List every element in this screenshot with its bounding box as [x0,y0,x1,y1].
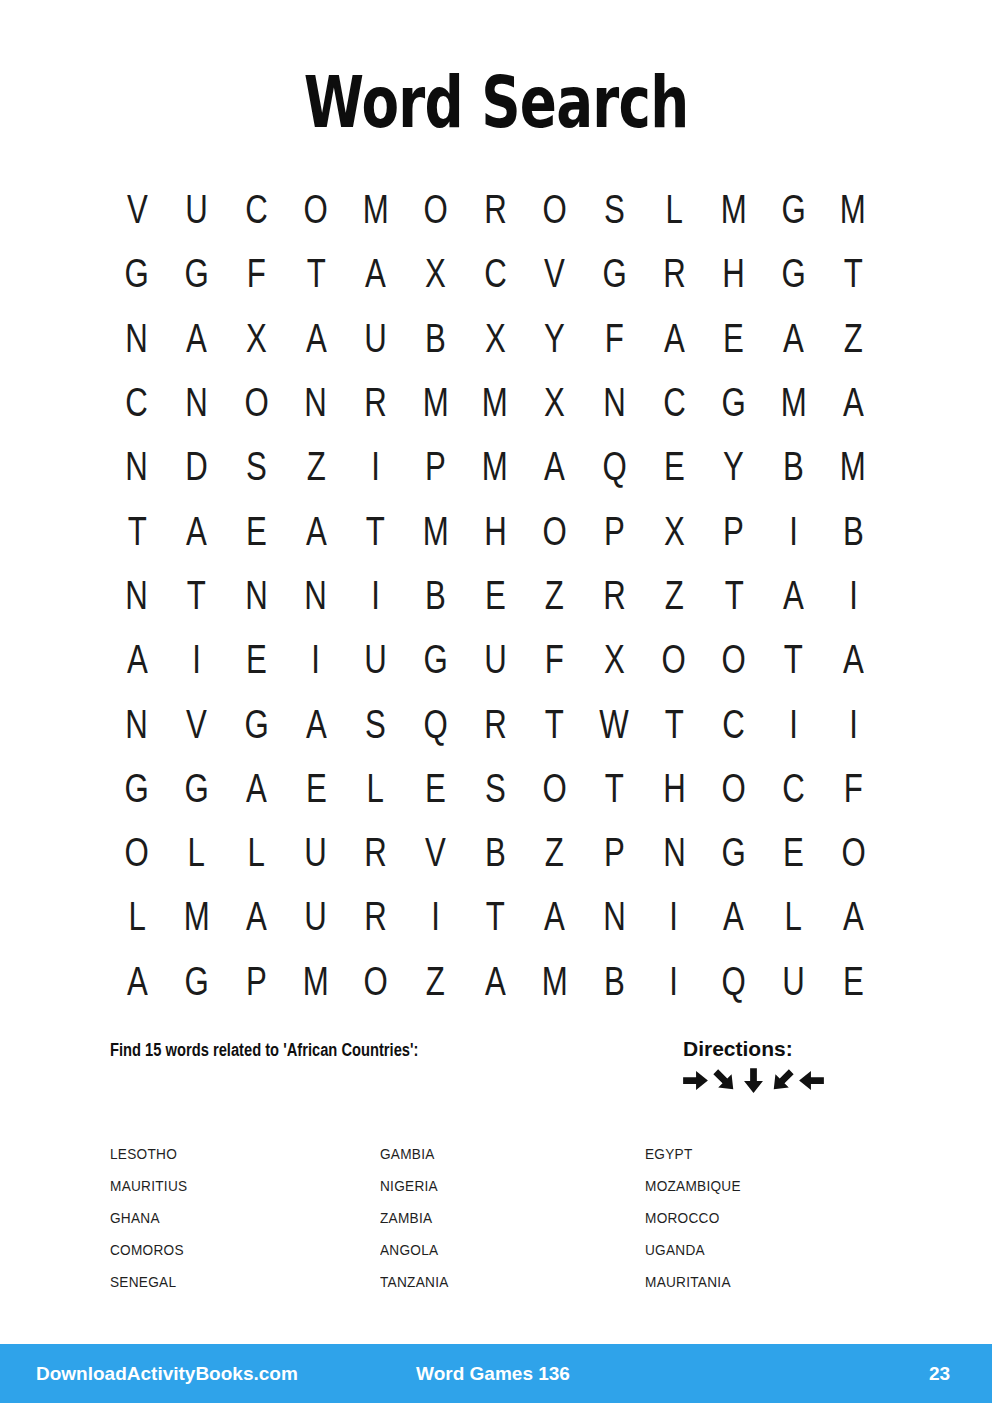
grid-letter: N [603,382,626,422]
grid-letter: A [186,511,207,551]
grid-letter: E [485,575,506,615]
word-mozambique: MOZAMBIQUE [645,1170,754,1202]
grid-letter: M [363,189,389,229]
grid-cell-r7c1: N [107,563,167,627]
grid-letter: W [600,704,629,744]
grid-cell-r10c7: S [465,756,525,820]
grid-cell-r7c3: N [226,563,286,627]
grid-letter: F [605,318,624,358]
grid-cell-r13c1: A [107,949,167,1013]
grid-cell-r13c11: Q [704,949,764,1013]
grid-cell-r11c10: N [644,820,704,884]
grid-letter: C [484,253,507,293]
grid-letter: X [485,318,506,358]
grid-cell-r9c10: T [644,691,704,755]
grid-cell-r6c10: X [644,498,704,562]
grid-cell-r11c3: L [226,820,286,884]
grid-cell-r8c1: A [107,627,167,691]
grid-cell-r13c7: A [465,949,525,1013]
grid-cell-r13c8: M [525,949,585,1013]
grid-cell-r9c2: V [167,691,227,755]
grid-cell-r7c13: I [823,563,883,627]
grid-letter: I [670,896,679,936]
grid-cell-r13c2: G [167,949,227,1013]
grid-letter: H [663,768,686,808]
grid-letter: A [186,318,207,358]
grid-letter: V [425,832,446,872]
grid-letter: M [482,382,508,422]
grid-letter: V [544,253,565,293]
grid-letter: T [485,896,504,936]
grid-letter: O [722,768,746,808]
grid-cell-r11c12: E [764,820,824,884]
grid-letter: E [723,318,744,358]
footer-booklet-title: Word Games 136 [341,1363,646,1385]
grid-cell-r13c3: P [226,949,286,1013]
grid-letter: T [844,253,863,293]
grid-letter: N [126,446,149,486]
grid-cell-r4c12: M [764,370,824,434]
grid-letter: G [722,832,746,872]
footer-website: DownloadActivityBooks.com [36,1363,341,1385]
grid-letter: E [425,768,446,808]
grid-letter: Z [306,446,325,486]
grid-cell-r8c7: U [465,627,525,691]
grid-cell-r8c2: I [167,627,227,691]
grid-cell-r4c4: N [286,370,346,434]
grid-letter: B [485,832,506,872]
grid-letter: I [789,511,798,551]
word-ghana: GHANA [110,1202,198,1234]
grid-letter: E [664,446,685,486]
grid-cell-r9c13: I [823,691,883,755]
word-label: ANGOLA [380,1241,438,1259]
grid-cell-r10c6: E [405,756,465,820]
grid-letter: T [366,511,385,551]
word-list-column-2: GAMBIANIGERIAZAMBIAANGOLATANZANIA [380,1138,458,1298]
grid-letter: C [245,189,268,229]
word-tanzania: TANZANIA [380,1266,458,1298]
arrow-down-left-icon [768,1066,796,1094]
word-mauritania: MAURITANIA [645,1266,754,1298]
grid-letter: L [188,832,205,872]
grid-letter: O [244,382,268,422]
grid-cell-r2c13: T [823,241,883,305]
grid-cell-r13c4: M [286,949,346,1013]
grid-cell-r11c8: Z [525,820,585,884]
grid-cell-r3c7: X [465,306,525,370]
grid-cell-r7c10: Z [644,563,704,627]
grid-letter: A [365,253,386,293]
grid-letter: V [186,704,207,744]
grid-letter: A [843,639,864,679]
grid-letter: M [184,896,210,936]
grid-letter: H [484,511,507,551]
grid-letter: E [246,511,267,551]
grid-cell-r9c6: Q [405,691,465,755]
word-label: EGYPT [645,1145,693,1163]
grid-cell-r12c8: A [525,884,585,948]
grid-letter: R [364,896,387,936]
word-egypt: EGYPT [645,1138,754,1170]
arrow-down-right-icon [710,1066,738,1094]
grid-cell-r6c5: T [346,498,406,562]
arrow-left-icon [797,1066,825,1094]
grid-letter: O [543,189,567,229]
grid-letter: X [246,318,267,358]
grid-cell-r9c11: C [704,691,764,755]
grid-letter: R [484,704,507,744]
grid-cell-r11c7: B [465,820,525,884]
grid-letter: T [545,704,564,744]
grid-cell-r3c5: U [346,306,406,370]
grid-cell-r11c13: O [823,820,883,884]
word-gambia: GAMBIA [380,1138,458,1170]
grid-cell-r2c6: X [405,241,465,305]
footer-page-number: 23 [645,1363,950,1385]
grid-letter: S [365,704,386,744]
grid-cell-r4c7: M [465,370,525,434]
grid-cell-r8c3: E [226,627,286,691]
grid-letter: Q [602,446,626,486]
grid-cell-r13c5: O [346,949,406,1013]
page-title: Word Search [0,60,992,144]
grid-cell-r3c9: F [585,306,645,370]
grid-cell-r1c6: O [405,177,465,241]
grid-letter: A [485,961,506,1001]
grid-cell-r3c10: A [644,306,704,370]
grid-letter: A [246,896,267,936]
instruction-text: Find 15 words related to 'African Countr… [110,1040,477,1061]
grid-cell-r7c9: R [585,563,645,627]
grid-cell-r7c7: E [465,563,525,627]
grid-cell-r13c6: Z [405,949,465,1013]
grid-cell-r11c4: U [286,820,346,884]
word-list-column-1: LESOTHOMAURITIUSGHANACOMOROSSENEGAL [110,1138,198,1298]
grid-cell-r4c13: A [823,370,883,434]
grid-cell-r4c9: N [585,370,645,434]
grid-letter: Z [665,575,684,615]
grid-cell-r12c9: N [585,884,645,948]
grid-cell-r9c8: T [525,691,585,755]
grid-letter: S [246,446,267,486]
grid-cell-r1c13: M [823,177,883,241]
grid-cell-r9c1: N [107,691,167,755]
grid-letter: A [783,318,804,358]
grid-cell-r3c1: N [107,306,167,370]
grid-letter: C [782,768,805,808]
grid-cell-r12c5: R [346,884,406,948]
grid-cell-r11c2: L [167,820,227,884]
grid-cell-r6c13: B [823,498,883,562]
grid-cell-r5c9: Q [585,434,645,498]
grid-cell-r9c3: G [226,691,286,755]
grid-letter: G [722,382,746,422]
grid-letter: T [187,575,206,615]
grid-letter: T [784,639,803,679]
grid-letter: N [305,382,328,422]
grid-cell-r6c9: P [585,498,645,562]
grid-letter: G [423,639,447,679]
grid-cell-r5c12: B [764,434,824,498]
grid-letter: A [246,768,267,808]
grid-letter: O [363,961,387,1001]
grid-letter: O [841,832,865,872]
grid-letter: P [604,832,625,872]
directions-label: Directions: [683,1037,825,1061]
grid-letter: R [484,189,507,229]
grid-cell-r7c4: N [286,563,346,627]
grid-cell-r12c10: I [644,884,704,948]
grid-cell-r8c8: F [525,627,585,691]
grid-cell-r6c11: P [704,498,764,562]
grid-letter: A [126,639,147,679]
grid-letter: I [670,961,679,1001]
grid-cell-r10c1: G [107,756,167,820]
grid-cell-r10c13: F [823,756,883,820]
grid-letter: A [843,896,864,936]
grid-cell-r6c3: E [226,498,286,562]
grid-letter: M [542,961,568,1001]
grid-cell-r3c12: A [764,306,824,370]
grid-letter: I [431,896,440,936]
grid-letter: N [126,704,149,744]
grid-letter: B [604,961,625,1001]
grid-letter: A [664,318,685,358]
grid-cell-r4c5: R [346,370,406,434]
grid-cell-r1c4: O [286,177,346,241]
grid-cell-r7c2: T [167,563,227,627]
grid-letter: U [305,832,328,872]
grid-cell-r3c4: A [286,306,346,370]
grid-letter: R [663,253,686,293]
grid-cell-r5c10: E [644,434,704,498]
word-uganda: UGANDA [645,1234,754,1266]
grid-cell-r7c5: I [346,563,406,627]
grid-letter: Q [722,961,746,1001]
grid-cell-r6c7: H [465,498,525,562]
grid-cell-r9c7: R [465,691,525,755]
grid-cell-r7c12: A [764,563,824,627]
grid-letter: A [305,318,326,358]
grid-cell-r1c2: U [167,177,227,241]
grid-letter: I [789,704,798,744]
grid-letter: O [722,639,746,679]
grid-cell-r5c8: A [525,434,585,498]
grid-cell-r11c5: R [346,820,406,884]
grid-letter: X [544,382,565,422]
grid-letter: G [184,768,208,808]
word-senegal: SENEGAL [110,1266,198,1298]
grid-letter: F [247,253,266,293]
grid-cell-r8c4: I [286,627,346,691]
grid-cell-r4c6: M [405,370,465,434]
grid-cell-r1c5: M [346,177,406,241]
grid-letter: E [246,639,267,679]
grid-cell-r7c8: Z [525,563,585,627]
grid-cell-r12c3: A [226,884,286,948]
grid-cell-r13c10: I [644,949,704,1013]
grid-cell-r13c9: B [585,949,645,1013]
grid-cell-r4c8: X [525,370,585,434]
grid-cell-r4c11: G [704,370,764,434]
grid-cell-r12c2: M [167,884,227,948]
grid-cell-r12c12: L [764,884,824,948]
word-nigeria: NIGERIA [380,1170,458,1202]
word-label: GAMBIA [380,1145,435,1163]
grid-letter: E [783,832,804,872]
grid-cell-r4c10: C [644,370,704,434]
grid-cell-r2c9: G [585,241,645,305]
grid-cell-r5c3: S [226,434,286,498]
grid-cell-r6c6: M [405,498,465,562]
grid-letter: Z [426,961,445,1001]
grid-letter: G [781,189,805,229]
word-label: UGANDA [645,1241,705,1259]
grid-cell-r8c12: T [764,627,824,691]
grid-letter: G [184,253,208,293]
word-label: MOROCCO [645,1209,720,1227]
grid-letter: M [303,961,329,1001]
grid-letter: G [781,253,805,293]
grid-cell-r5c5: I [346,434,406,498]
grid-cell-r2c3: F [226,241,286,305]
grid-letter: X [425,253,446,293]
footer-bar: DownloadActivityBooks.com Word Games 136… [0,1344,992,1403]
grid-letter: D [185,446,208,486]
grid-letter: M [721,189,747,229]
grid-cell-r5c2: D [167,434,227,498]
grid-cell-r9c5: S [346,691,406,755]
grid-letter: B [425,318,446,358]
grid-letter: P [604,511,625,551]
grid-cell-r8c6: G [405,627,465,691]
grid-cell-r2c10: R [644,241,704,305]
grid-letter: E [843,961,864,1001]
grid-cell-r2c5: A [346,241,406,305]
grid-letter: O [543,511,567,551]
grid-cell-r1c8: O [525,177,585,241]
grid-cell-r5c6: P [405,434,465,498]
grid-cell-r6c2: A [167,498,227,562]
directions-block: Directions: [683,1037,825,1094]
grid-letter: V [126,189,147,229]
grid-letter: Z [545,832,564,872]
grid-cell-r6c8: O [525,498,585,562]
grid-letter: M [840,446,866,486]
grid-letter: N [245,575,268,615]
grid-cell-r1c1: V [107,177,167,241]
word-list-column-3: EGYPTMOZAMBIQUEMOROCCOUGANDAMAURITANIA [645,1138,754,1298]
grid-letter: T [306,253,325,293]
grid-letter: A [305,704,326,744]
word-zambia: ZAMBIA [380,1202,458,1234]
grid-cell-r11c6: V [405,820,465,884]
grid-letter: N [126,318,149,358]
word-label: MOZAMBIQUE [645,1177,741,1195]
grid-letter: G [244,704,268,744]
grid-letter: F [545,639,564,679]
word-angola: ANGOLA [380,1234,458,1266]
grid-letter: G [184,961,208,1001]
grid-letter: O [304,189,328,229]
grid-cell-r10c11: O [704,756,764,820]
word-label: NIGERIA [380,1177,438,1195]
grid-cell-r5c7: M [465,434,525,498]
grid-letter: U [364,318,387,358]
grid-cell-r8c5: U [346,627,406,691]
grid-cell-r5c1: N [107,434,167,498]
grid-cell-r3c8: Y [525,306,585,370]
grid-letter: Z [844,318,863,358]
word-morocco: MOROCCO [645,1202,754,1234]
grid-letter: O [662,639,686,679]
grid-letter: N [663,832,686,872]
grid-letter: S [485,768,506,808]
grid-letter: P [425,446,446,486]
grid-cell-r12c13: A [823,884,883,948]
grid-cell-r5c11: Y [704,434,764,498]
grid-cell-r8c10: O [644,627,704,691]
grid-cell-r12c4: U [286,884,346,948]
grid-cell-r4c1: C [107,370,167,434]
grid-letter: Y [723,446,744,486]
grid-letter: A [783,575,804,615]
word-label: TANZANIA [380,1273,449,1291]
grid-cell-r8c13: A [823,627,883,691]
grid-cell-r13c13: E [823,949,883,1013]
word-comoros: COMOROS [110,1234,198,1266]
grid-letter: A [544,896,565,936]
grid-cell-r1c3: C [226,177,286,241]
grid-cell-r10c10: H [644,756,704,820]
grid-cell-r10c9: T [585,756,645,820]
grid-letter: I [371,575,380,615]
grid-cell-r3c2: A [167,306,227,370]
grid-cell-r6c4: A [286,498,346,562]
grid-cell-r6c12: I [764,498,824,562]
grid-letter: L [128,896,145,936]
grid-cell-r11c9: P [585,820,645,884]
grid-letter: U [185,189,208,229]
grid-cell-r10c3: A [226,756,286,820]
grid-cell-r12c7: T [465,884,525,948]
grid-letter: L [785,896,802,936]
grid-letter: A [723,896,744,936]
grid-cell-r9c9: W [585,691,645,755]
grid-letter: T [605,768,624,808]
grid-cell-r3c3: X [226,306,286,370]
grid-cell-r2c8: V [525,241,585,305]
grid-letter: U [305,896,328,936]
grid-cell-r5c13: M [823,434,883,498]
grid-letter: Q [423,704,447,744]
grid-cell-r3c13: Z [823,306,883,370]
word-label: MAURITANIA [645,1273,731,1291]
grid-letter: G [125,253,149,293]
grid-letter: I [192,639,201,679]
grid-letter: U [364,639,387,679]
grid-letter: S [604,189,625,229]
grid-letter: O [543,768,567,808]
grid-letter: Y [544,318,565,358]
grid-cell-r2c1: G [107,241,167,305]
grid-cell-r7c6: B [405,563,465,627]
grid-letter: T [127,511,146,551]
grid-cell-r3c11: E [704,306,764,370]
grid-letter: E [305,768,326,808]
grid-cell-r8c9: X [585,627,645,691]
